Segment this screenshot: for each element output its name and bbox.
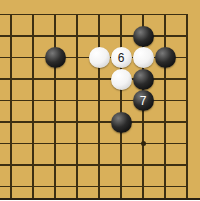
grid-hline-row5 [0, 100, 188, 102]
grid-vline-col1 [10, 14, 12, 200]
grid-vline-col6 [120, 14, 122, 200]
stone-white [111, 69, 132, 90]
grid-hline-row1 [0, 14, 188, 16]
grid-vline-col3 [54, 14, 56, 200]
grid-vline-col9 [186, 14, 188, 200]
grid-hline-row9 [0, 186, 188, 188]
grid-vline-col2 [32, 14, 34, 200]
stone-black [155, 47, 176, 68]
stone-white [89, 47, 110, 68]
stone-black [111, 112, 132, 133]
grid-hline-row7 [0, 143, 188, 145]
grid-vline-col5 [98, 14, 100, 200]
grid-hline-row8 [0, 164, 188, 166]
grid-hline-row6 [0, 121, 188, 123]
grid-vline-col8 [164, 14, 166, 200]
move-number-label: 7 [140, 95, 147, 107]
stone-white [133, 47, 154, 68]
stone-black [133, 69, 154, 90]
stone-black-move-7: 7 [133, 90, 154, 111]
go-board-diagram: 67 [0, 0, 200, 200]
board-bottom-edge [0, 198, 200, 201]
grid-hline-row2 [0, 35, 188, 37]
stone-white-move-6: 6 [111, 47, 132, 68]
star-point [141, 141, 146, 146]
stone-black [133, 26, 154, 47]
go-board[interactable]: 67 [0, 0, 200, 200]
move-number-label: 6 [118, 52, 125, 64]
stone-black [45, 47, 66, 68]
grid-hline-row4 [0, 78, 188, 80]
grid-vline-col4 [76, 14, 78, 200]
